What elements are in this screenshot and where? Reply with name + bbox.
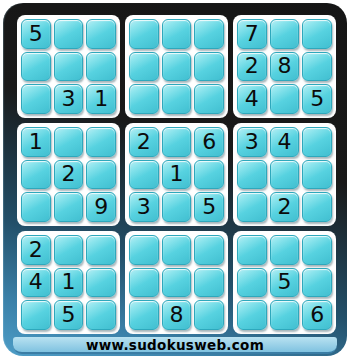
sudoku-cell-r9c8[interactable] xyxy=(270,300,300,330)
sudoku-cell-r6c3[interactable]: 9 xyxy=(86,192,116,222)
sudoku-cell-r8c6[interactable] xyxy=(194,268,224,298)
sudoku-cell-r2c4[interactable] xyxy=(129,52,159,82)
sudoku-cell-r2c7[interactable]: 2 xyxy=(237,52,267,82)
sudoku-cell-r2c2[interactable] xyxy=(54,52,84,82)
sudoku-block-7: 2415 xyxy=(17,231,120,334)
sudoku-cell-r8c9[interactable] xyxy=(302,268,332,298)
sudoku-cell-r9c4[interactable] xyxy=(129,300,159,330)
sudoku-cell-r5c3[interactable] xyxy=(86,160,116,190)
sudoku-cell-r7c3[interactable] xyxy=(86,235,116,265)
sudoku-cell-r3c9[interactable]: 5 xyxy=(302,84,332,114)
sudoku-cell-r8c8[interactable]: 5 xyxy=(270,268,300,298)
sudoku-cell-r2c9[interactable] xyxy=(302,52,332,82)
sudoku-cell-r6c6[interactable]: 5 xyxy=(194,192,224,222)
sudoku-cell-r3c3[interactable]: 1 xyxy=(86,84,116,114)
sudoku-cell-r5c9[interactable] xyxy=(302,160,332,190)
sudoku-cell-r7c5[interactable] xyxy=(162,235,192,265)
sudoku-cell-r7c8[interactable] xyxy=(270,235,300,265)
sudoku-cell-r4c1[interactable]: 1 xyxy=(21,127,51,157)
sudoku-cell-r3c2[interactable]: 3 xyxy=(54,84,84,114)
sudoku-cell-r5c2[interactable]: 2 xyxy=(54,160,84,190)
sudoku-block-4: 129 xyxy=(17,123,120,226)
sudoku-cell-r1c6[interactable] xyxy=(194,19,224,49)
sudoku-cell-r4c7[interactable]: 3 xyxy=(237,127,267,157)
sudoku-cell-r7c1[interactable]: 2 xyxy=(21,235,51,265)
sudoku-block-6: 342 xyxy=(233,123,336,226)
sudoku-cell-r4c4[interactable]: 2 xyxy=(129,127,159,157)
sudoku-cell-r7c6[interactable] xyxy=(194,235,224,265)
sudoku-cell-r6c9[interactable] xyxy=(302,192,332,222)
sudoku-cell-r6c7[interactable] xyxy=(237,192,267,222)
sudoku-cell-r9c2[interactable]: 5 xyxy=(54,300,84,330)
sudoku-cell-r9c3[interactable] xyxy=(86,300,116,330)
site-url: www.sudokusweb.com xyxy=(13,337,337,354)
sudoku-block-5: 26135 xyxy=(125,123,228,226)
sudoku-cell-r3c5[interactable] xyxy=(162,84,192,114)
sudoku-cell-r3c1[interactable] xyxy=(21,84,51,114)
sudoku-cell-r9c1[interactable] xyxy=(21,300,51,330)
sudoku-cell-r9c7[interactable] xyxy=(237,300,267,330)
sudoku-cell-r8c4[interactable] xyxy=(129,268,159,298)
sudoku-cell-r8c5[interactable] xyxy=(162,268,192,298)
sudoku-cell-r4c9[interactable] xyxy=(302,127,332,157)
sudoku-cell-r6c5[interactable] xyxy=(162,192,192,222)
sudoku-cell-r2c3[interactable] xyxy=(86,52,116,82)
sudoku-cell-r7c2[interactable] xyxy=(54,235,84,265)
sudoku-block-1: 531 xyxy=(17,15,120,118)
sudoku-cell-r7c4[interactable] xyxy=(129,235,159,265)
sudoku-cell-r3c6[interactable] xyxy=(194,84,224,114)
sudoku-cell-r2c8[interactable]: 8 xyxy=(270,52,300,82)
sudoku-cell-r9c9[interactable]: 6 xyxy=(302,300,332,330)
sudoku-cell-r5c1[interactable] xyxy=(21,160,51,190)
sudoku-cell-r1c7[interactable]: 7 xyxy=(237,19,267,49)
page-root: 53172845129261353422415856 www.sudokuswe… xyxy=(0,0,350,360)
sudoku-cell-r1c2[interactable] xyxy=(54,19,84,49)
sudoku-cell-r9c6[interactable] xyxy=(194,300,224,330)
sudoku-cell-r7c9[interactable] xyxy=(302,235,332,265)
sudoku-cell-r6c1[interactable] xyxy=(21,192,51,222)
sudoku-cell-r2c6[interactable] xyxy=(194,52,224,82)
sudoku-cell-r8c1[interactable]: 4 xyxy=(21,268,51,298)
sudoku-cell-r4c5[interactable] xyxy=(162,127,192,157)
sudoku-cell-r1c8[interactable] xyxy=(270,19,300,49)
sudoku-cell-r5c7[interactable] xyxy=(237,160,267,190)
sudoku-cell-r4c3[interactable] xyxy=(86,127,116,157)
sudoku-block-9: 56 xyxy=(233,231,336,334)
sudoku-cell-r3c8[interactable] xyxy=(270,84,300,114)
sudoku-cell-r2c1[interactable] xyxy=(21,52,51,82)
sudoku-cell-r2c5[interactable] xyxy=(162,52,192,82)
sudoku-cell-r1c9[interactable] xyxy=(302,19,332,49)
sudoku-block-8: 8 xyxy=(125,231,228,334)
sudoku-cell-r6c2[interactable] xyxy=(54,192,84,222)
sudoku-cell-r1c5[interactable] xyxy=(162,19,192,49)
sudoku-cell-r5c5[interactable]: 1 xyxy=(162,160,192,190)
sudoku-cell-r1c4[interactable] xyxy=(129,19,159,49)
sudoku-cell-r9c5[interactable]: 8 xyxy=(162,300,192,330)
sudoku-cell-r4c8[interactable]: 4 xyxy=(270,127,300,157)
sudoku-cell-r8c7[interactable] xyxy=(237,268,267,298)
sudoku-block-3: 72845 xyxy=(233,15,336,118)
sudoku-cell-r5c8[interactable] xyxy=(270,160,300,190)
sudoku-cell-r1c1[interactable]: 5 xyxy=(21,19,51,49)
sudoku-cell-r4c2[interactable] xyxy=(54,127,84,157)
sudoku-cell-r6c4[interactable]: 3 xyxy=(129,192,159,222)
sudoku-cell-r5c6[interactable] xyxy=(194,160,224,190)
sudoku-cell-r8c3[interactable] xyxy=(86,268,116,298)
sudoku-cell-r1c3[interactable] xyxy=(86,19,116,49)
sudoku-cell-r7c7[interactable] xyxy=(237,235,267,265)
sudoku-block-2 xyxy=(125,15,228,118)
sudoku-cell-r4c6[interactable]: 6 xyxy=(194,127,224,157)
sudoku-cell-r3c7[interactable]: 4 xyxy=(237,84,267,114)
sudoku-board: 53172845129261353422415856 xyxy=(17,15,336,334)
sudoku-cell-r5c4[interactable] xyxy=(129,160,159,190)
sudoku-cell-r6c8[interactable]: 2 xyxy=(270,192,300,222)
puzzle-frame: 53172845129261353422415856 www.sudokuswe… xyxy=(3,3,347,356)
sudoku-cell-r3c4[interactable] xyxy=(129,84,159,114)
sudoku-cell-r8c2[interactable]: 1 xyxy=(54,268,84,298)
